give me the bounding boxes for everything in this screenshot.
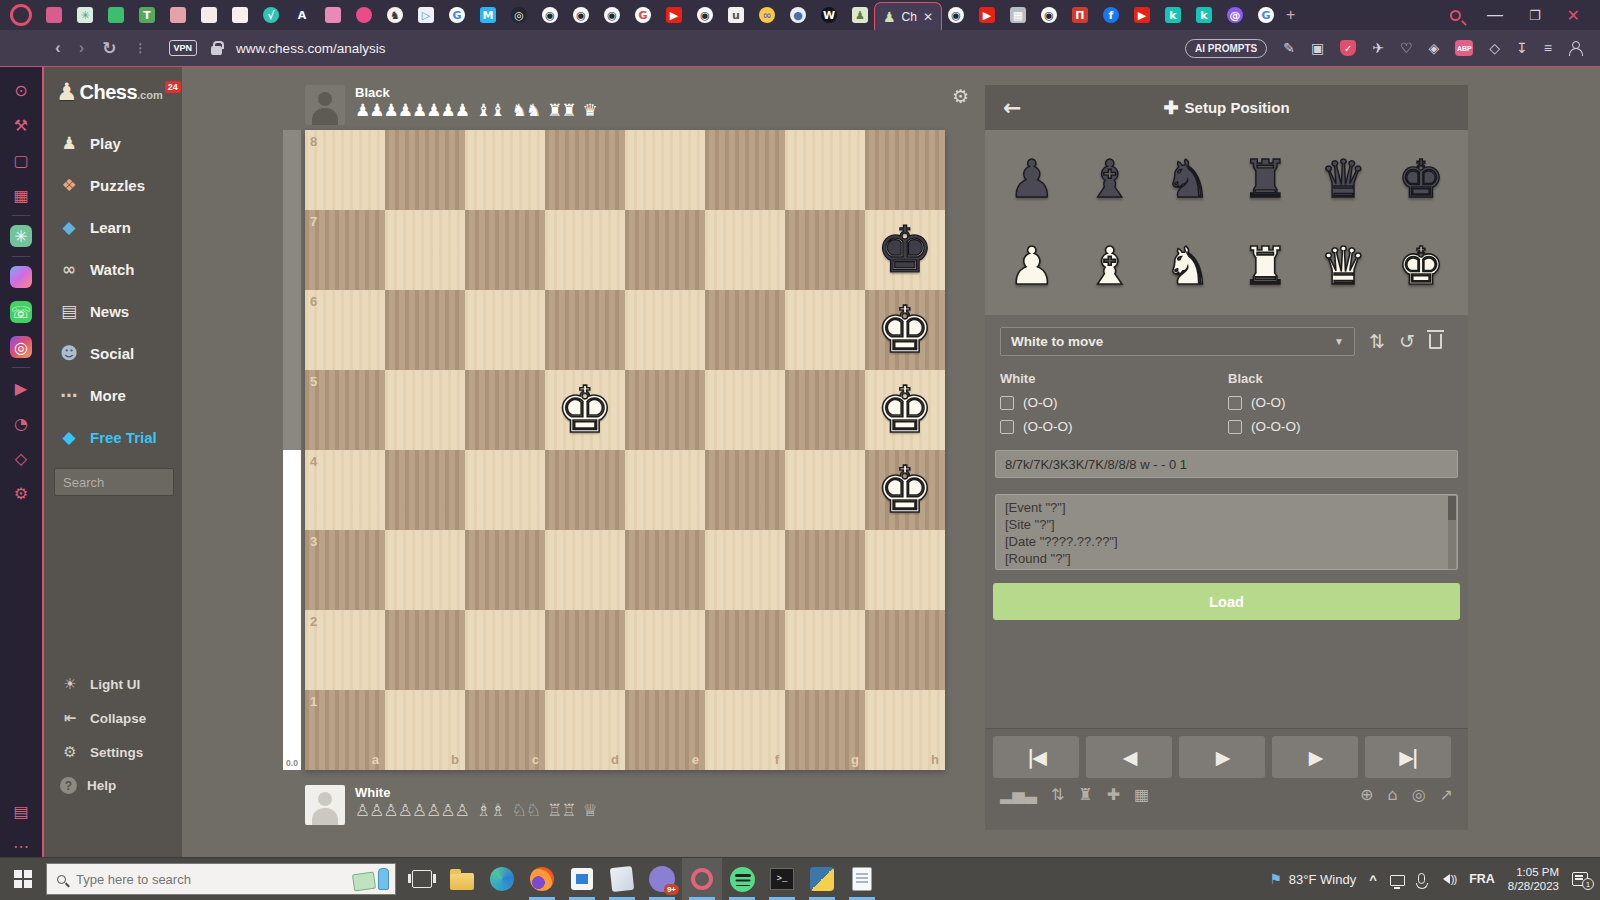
square-c3[interactable] [465,530,545,610]
square-e6[interactable] [625,290,705,370]
clock[interactable]: 1:05 PM 8/28/2023 [1508,865,1559,893]
favicon-youtube-3[interactable]: ▶ [1134,7,1150,23]
captured-q: ♛ [582,101,596,120]
favicon-facebook[interactable]: f [1103,7,1119,23]
tab-favicons-right: ◉▶▦◉Πf▶kk@G [948,7,1274,23]
new-tab-button[interactable]: + [1286,6,1295,24]
twitch-icon[interactable]: ▢ [10,149,32,171]
next-move-button[interactable]: ▶ [1272,736,1358,778]
favicon-green-app[interactable] [108,7,124,23]
captured-r: ♜♜ [547,101,575,120]
favicon-gamepad[interactable] [46,7,62,23]
messenger-icon[interactable] [10,266,32,288]
black-avatar[interactable] [305,85,345,125]
square-c8[interactable] [465,130,545,210]
taskbar-app-store[interactable] [562,858,602,900]
active-tab[interactable]: ♟ Ch ✕ [874,2,942,30]
favicon-infinity[interactable]: ∞ [759,7,775,23]
sidebar-footer-settings[interactable]: ⚙Settings [44,735,182,769]
square-h2[interactable] [865,610,945,690]
sidebar-item-watch[interactable]: ∞Watch [44,248,182,290]
castling-option-label: (O-O) [1023,395,1058,410]
favicon-google-1[interactable]: G [449,7,465,23]
play-button[interactable]: ▶ [1179,736,1265,778]
pgn-lines: [Event "?"][Site "?"][Date "????.??.??"]… [1005,499,1448,567]
explorer-icon[interactable]: ⌂ [1387,787,1397,803]
favicon-crunchy-2[interactable] [232,7,248,23]
more-icon[interactable]: ⋯ [10,835,32,857]
favicon-check-app[interactable]: √ [263,7,279,23]
palette-black-knight[interactable]: ♞ [1164,153,1211,205]
sidebar-icon-play: ♟ [58,133,80,153]
setup-panel-header: ← ✚Setup Position [985,85,1468,130]
square-a3[interactable]: 3 [305,530,385,610]
notepad-icon [852,867,872,891]
pgn-line: [Site "?"] [1005,516,1448,533]
url-text[interactable]: www.chess.com/analysis [236,41,385,56]
file-label: d [611,752,619,767]
white-king-d5[interactable]: ♚ [545,370,625,450]
address-bar: ‹ › ↻ ⋮ VPN www.chess.com/analysis AI PR… [0,30,1600,67]
move-nav-buttons: |◀◀▶▶▶| [993,736,1451,778]
square-d7[interactable] [545,210,625,290]
square-c1[interactable]: c [465,690,545,770]
share-icon[interactable]: ↗ [1440,787,1453,803]
palette-black-bishop[interactable]: ♝ [1086,153,1133,205]
favicon-github-1[interactable]: ◉ [542,7,558,23]
square-b8[interactable] [385,130,465,210]
square-g4[interactable] [785,450,865,530]
add-icon[interactable]: ✚ [1107,787,1120,803]
square-e7[interactable] [625,210,705,290]
sidebar-search [54,468,172,496]
white-avatar[interactable] [305,785,345,825]
square-e1[interactable]: e [625,690,705,770]
tab-favicons-left: ✳T√A♞▷GM◎◉◉◉G▶◉u∞●W♟ [46,7,868,23]
practice-icon[interactable]: ◎ [1412,787,1426,803]
file-label: a [372,752,379,767]
taskbar-app-opera[interactable] [682,858,722,900]
rank-label: 4 [310,454,317,469]
snapshot-camera-icon[interactable]: ▣ [1311,40,1324,56]
analysis-icon[interactable]: ▂▅▃ [1000,787,1037,803]
rank-label: 6 [310,294,317,309]
palette-black-king[interactable]: ♚ [1398,153,1445,205]
settings-icon[interactable]: ⚙ [10,482,32,504]
square-b4[interactable] [385,450,465,530]
square-f2[interactable] [705,610,785,690]
square-b5[interactable] [385,370,465,450]
taskbar-search[interactable] [46,863,396,895]
square-g2[interactable] [785,610,865,690]
square-d3[interactable] [545,530,625,610]
favicon-kick-1[interactable]: k [1165,7,1181,23]
opera-sidebar: ⊙⚒▢▦✳☏◎▶◔◇⚙▤⋯ [0,67,42,857]
edge-icon [490,867,514,891]
tune-icon[interactable]: ≡ [1544,40,1552,56]
rank-label: 2 [310,614,317,629]
taskbar-app-notepad[interactable] [842,858,882,900]
square-b2[interactable] [385,610,465,690]
favicon-mui[interactable]: M [480,7,496,23]
favicon-kick-2[interactable]: k [1196,7,1212,23]
square-b7[interactable] [385,210,465,290]
favicon-gray-grid[interactable]: ▦ [1010,7,1026,23]
square-c2[interactable] [465,610,545,690]
square-a5[interactable]: 5 [305,370,385,450]
favicon-dribbble[interactable] [356,7,372,23]
rail-divider [12,367,30,368]
sidebar-item-more[interactable]: ⋯More [44,374,182,416]
square-e4[interactable] [625,450,705,530]
network-icon[interactable] [1390,875,1405,886]
square-d1[interactable]: d [545,690,625,770]
search-highlights-graphic[interactable] [353,868,389,890]
go-end-button[interactable]: ▶| [1365,736,1451,778]
notification-center-icon[interactable]: 1 [1572,872,1588,886]
file-label: g [851,752,859,767]
eval-white-fill [283,450,301,770]
file-label: b [451,752,459,767]
square-e5[interactable] [625,370,705,450]
plus-icon: ✚ [1163,98,1178,118]
language-indicator[interactable]: FRA [1469,872,1495,886]
taskbar-app-lightshot[interactable] [602,858,642,900]
favicon-anime[interactable] [170,7,186,23]
taskbar-apps: 9+>_ [402,858,882,900]
taskbar-app-spotify[interactable] [722,858,762,900]
square-a4[interactable]: 4 [305,450,385,530]
sidebar-item-play[interactable]: ♟Play [44,122,182,164]
white-king-h4[interactable]: ♚ [865,450,945,530]
chatgpt-icon[interactable]: ✳ [10,225,32,247]
square-f5[interactable] [705,370,785,450]
footer-icon-settings: ⚙ [60,743,80,761]
square-g7[interactable] [785,210,865,290]
palette-black-pawn[interactable]: ♟ [1009,153,1056,205]
chess-favicon: ♟ [883,9,896,25]
taskbar-app-task-view[interactable] [402,858,442,900]
ai-prompts-button[interactable]: AI PROMPTS [1185,39,1267,58]
square-f1[interactable]: f [705,690,785,770]
notification-count: 1 [1582,878,1594,890]
rank-label: 1 [310,694,317,709]
captured-r: ♖♖ [547,801,575,820]
panel-bottom-bar: |◀◀▶▶▶| ▂▅▃⇅♜✚▦⊕⌂◎↗ [985,728,1468,830]
square-c4[interactable] [465,450,545,530]
sidebar-footer-help[interactable]: ?Help [44,769,182,802]
player-bottom: White ♙♙♙♙♙♙♙♙♗♗♘♘♖♖♕ [305,785,604,825]
reset-board-icon[interactable]: ↺ [1399,332,1415,351]
castling-col-white: White [1000,371,1220,386]
adblock-icon[interactable]: ABP [1455,40,1473,56]
flip-colors-icon[interactable]: ⇅ [1369,332,1385,351]
piece-palette: ♟♝♞♜♛♚♟♝♞♜♛♚ [985,130,1468,315]
black-player-name: Black [355,85,604,100]
shield-icon[interactable]: ✓ [1340,40,1356,56]
favicon-chess-tab[interactable]: ♟ [852,7,868,23]
square-g1[interactable]: g [785,690,865,770]
board-editor-icon[interactable]: ▦ [1134,787,1149,803]
tray-time: 1:05 PM [1508,865,1559,879]
close-window-button[interactable]: ✕ [1567,6,1580,25]
taskbar-app-file-explorer[interactable] [442,858,482,900]
python-icon [810,867,834,891]
weather-text: 83°F Windy [1289,872,1356,887]
white-king-h6[interactable]: ♚ [865,290,945,370]
cleaner-icon[interactable]: ⚒ [10,114,32,136]
favicon-mint-ai[interactable]: ✳ [77,7,93,23]
square-c5[interactable] [465,370,545,450]
tray-chevron-icon[interactable]: ^ [1369,872,1377,887]
square-c7[interactable] [465,210,545,290]
sidebar-footer: ☀Light UI⇤Collapse⚙Settings?Help [44,667,182,802]
go-start-button[interactable]: |◀ [993,736,1079,778]
history-icon[interactable]: ◔ [10,412,32,434]
file-label: h [931,752,939,767]
volume-icon[interactable]: )) [1438,873,1456,885]
white-captured-tray: ♙♙♙♙♙♙♙♙♗♗♘♘♖♖♕ [355,800,604,821]
snapshot-icon[interactable]: ▤ [10,800,32,822]
checkbox-white-kingside[interactable] [1000,396,1014,410]
square-g5[interactable] [785,370,865,450]
sidebar-item-free-trial[interactable]: ◆Free Trial [44,416,182,458]
square-d6[interactable] [545,290,625,370]
black-king-h7[interactable]: ♚ [865,210,945,290]
instagram-icon[interactable]: ◎ [10,336,32,358]
captured-q: ♕ [582,801,596,820]
square-b6[interactable] [385,290,465,370]
taskbar-app-edge[interactable] [482,858,522,900]
square-f3[interactable] [705,530,785,610]
palette-white-pawn[interactable]: ♟ [1009,240,1056,292]
sidebar-item-social[interactable]: ☻Social [44,332,182,374]
palette-white-rook[interactable]: ♜ [1242,240,1289,292]
sidebar-item-learn[interactable]: ◆Learn [44,206,182,248]
close-tab-icon[interactable]: ✕ [923,10,933,24]
square-b3[interactable] [385,530,465,610]
square-a7[interactable]: 7 [305,210,385,290]
captured-n: ♞♞ [511,101,539,120]
player-icon[interactable]: ▶ [10,377,32,399]
checkbox-black-kingside[interactable] [1228,396,1242,410]
palette-white-knight[interactable]: ♞ [1164,240,1211,292]
square-g6[interactable] [785,290,865,370]
favicon-angular[interactable]: A [294,7,310,23]
start-button[interactable] [0,858,46,900]
favicon-trello[interactable]: T [139,7,155,23]
favicon-uc-app[interactable]: u [728,7,744,23]
heart-icon[interactable]: ♡ [1400,40,1413,56]
tab-search-icon[interactable] [1450,10,1461,21]
square-e8[interactable] [625,130,705,210]
square-a8[interactable]: 8 [305,130,385,210]
sidebar-item-news[interactable]: ▤News [44,290,182,332]
square-h1[interactable]: h [865,690,945,770]
square-d2[interactable] [545,610,625,690]
chesscom-pawn-icon: ♟ [56,81,78,103]
palette-white-queen[interactable]: ♛ [1320,240,1367,292]
pgn-line: [Round "?"] [1005,550,1448,567]
palette-black-queen[interactable]: ♛ [1320,153,1367,205]
screen: ✳T√A♞▷GM◎◉◉◉G▶◉u∞●W♟ ♟ Ch ✕ ◉▶▦◉Πf▶kk@G … [0,0,1600,900]
forward-icon[interactable]: › [79,38,85,58]
flip-board-icon[interactable]: ⇅ [1051,787,1064,803]
compose-icon[interactable]: ✎ [1283,40,1295,56]
square-f6[interactable] [705,290,785,370]
square-a6[interactable]: 6 [305,290,385,370]
firefox-icon [530,867,554,891]
sidebar-item-puzzles[interactable]: ❖Puzzles [44,164,182,206]
square-e2[interactable] [625,610,705,690]
evaluation-bar: 0.0 [283,130,301,770]
sidebar-icon-news: ▤ [58,301,80,321]
captured-b: ♝♝ [476,101,504,120]
square-h3[interactable] [865,530,945,610]
white-king-h5[interactable]: ♚ [865,370,945,450]
setup-panel: ← ✚Setup Position ♟♝♞♜♛♚♟♝♞♜♛♚ White to … [985,85,1468,830]
pgn-textarea[interactable]: [Event "?"][Site "?"][Date "????.??.??"]… [995,494,1458,570]
favicon-github-3[interactable]: ◉ [604,7,620,23]
favicon-wordpress[interactable]: W [821,7,837,23]
cube-icon[interactable]: ◇ [1489,40,1500,56]
black-captured-tray: ♟♟♟♟♟♟♟♟♝♝♞♞♜♜♛ [355,100,604,121]
taskbar-app-python[interactable] [802,858,842,900]
captured-b: ♗♗ [476,801,504,820]
maximize-button[interactable]: ❐ [1529,8,1541,23]
download-icon[interactable]: ↧ [1516,40,1528,56]
chesscom-logo[interactable]: ♟ Chess .com 24 [44,67,182,104]
threats-icon[interactable]: ♜ [1078,787,1092,803]
favicon-google-2[interactable]: G [635,7,651,23]
tool-icons: ▂▅▃⇅♜✚▦⊕⌂◎↗ [1000,787,1453,803]
sidebar-search-input[interactable] [54,468,174,496]
vpn-badge[interactable]: VPN [169,40,198,56]
square-f4[interactable] [705,450,785,530]
whatsapp-icon[interactable]: ☏ [10,301,32,323]
weather-widget[interactable]: ⚑ 83°F Windy [1269,871,1356,887]
sidebar-icon-more: ⋯ [58,385,80,405]
favicon-github-4[interactable]: ◉ [697,7,713,23]
zoom-icon[interactable]: ⊕ [1360,787,1373,803]
file-label: e [692,752,699,767]
checkbox-white-queenside[interactable] [1000,420,1014,434]
square-d8[interactable] [545,130,625,210]
rank-label: 3 [310,534,317,549]
favicon-github-6[interactable]: ◉ [1041,7,1057,23]
favicon-google-3[interactable]: G [1258,7,1274,23]
favicon-youtube-2[interactable]: ▶ [979,7,995,23]
favicon-github-5[interactable]: ◉ [948,7,964,23]
rail-divider [12,256,30,257]
footer-icon-help: ? [60,777,77,794]
back-icon[interactable]: ‹ [55,38,61,58]
castling-option-label: (O-O-O) [1023,419,1073,434]
send-icon[interactable]: ✈ [1372,40,1384,56]
fen-input[interactable] [995,450,1458,478]
square-f7[interactable] [705,210,785,290]
square-c6[interactable] [465,290,545,370]
sidebar-menu: ♟Play❖Puzzles◆Learn∞Watch▤News☻Social⋯Mo… [44,122,182,458]
favicon-lichess[interactable]: ♞ [387,7,403,23]
castling-col-black: Black [1228,371,1448,386]
microphone-icon[interactable] [1418,873,1425,884]
sidebar-icon-puzzles: ❖ [58,175,80,195]
white-player-name: White [355,785,604,800]
taskbar-app-firefox[interactable] [522,858,562,900]
square-e3[interactable] [625,530,705,610]
castling-option-label: (O-O) [1251,395,1286,410]
square-g3[interactable] [785,530,865,610]
profile-icon[interactable] [1568,41,1582,55]
opera-icon [691,868,713,890]
windows-taskbar: 9+>_ ⚑ 83°F Windy ^ )) FRA 1:05 PM 8/28/… [0,857,1600,900]
rail-divider [12,215,30,216]
aria-ai-icon[interactable]: ▦ [10,184,32,206]
speed-dial-icon[interactable]: ⊙ [10,79,32,101]
captured-p: ♙♙♙♙♙♙♙♙ [355,801,469,820]
castling-option-label: (O-O-O) [1251,419,1301,434]
palette-black-rook[interactable]: ♜ [1242,153,1289,205]
clear-board-icon[interactable] [1429,334,1442,349]
minimize-button[interactable]: — [1487,6,1503,24]
weather-icon: ⚑ [1269,871,1282,887]
prev-move-button[interactable]: ◀ [1086,736,1172,778]
sidebar-footer-collapse[interactable]: ⇤Collapse [44,701,182,735]
rank-label: 5 [310,374,317,389]
file-label: f [775,752,779,767]
taskbar-app-terminal[interactable]: >_ [762,858,802,900]
palette-white-king[interactable]: ♚ [1398,240,1445,292]
reload-icon[interactable]: ↻ [102,38,116,58]
favicon-pink-site[interactable] [325,7,341,23]
square-f8[interactable] [705,130,785,210]
favicon-red-pi[interactable]: Π [1072,7,1088,23]
favicon-blue-dot[interactable]: ● [790,7,806,23]
opera-menu-icon[interactable] [10,4,32,26]
store-icon [571,868,593,890]
task-view-icon [412,870,432,888]
lock-icon[interactable] [211,46,222,55]
checkbox-black-queenside[interactable] [1228,420,1242,434]
favicon-at-app[interactable]: @ [1227,7,1243,23]
favicon-youtube-1[interactable]: ▶ [666,7,682,23]
captured-p: ♟♟♟♟♟♟♟♟ [355,101,469,120]
taskbar-app-xbox[interactable]: 9+ [642,858,682,900]
square-a1[interactable]: 1a [305,690,385,770]
favicon-video-play[interactable]: ▷ [418,7,434,23]
favicon-dark-globe[interactable]: ◎ [511,7,527,23]
square-b1[interactable]: b [385,690,465,770]
taskbar-search-input[interactable] [74,871,254,888]
favicon-github-2[interactable]: ◉ [573,7,589,23]
square-a2[interactable]: 2 [305,610,385,690]
square-d4[interactable] [545,450,625,530]
sidebar-footer-light-ui[interactable]: ☀Light UI [44,667,182,701]
aria-icon[interactable]: ◈ [1429,40,1440,56]
board-settings-gear-icon[interactable]: ⚙ [952,85,969,107]
extensions-icon[interactable]: ◇ [10,447,32,469]
file-explorer-icon [450,873,474,890]
favicon-crunchy-1[interactable] [201,7,217,23]
palette-white-bishop[interactable]: ♝ [1086,240,1133,292]
side-to-move-select[interactable]: White to move ▼ [1000,327,1355,356]
square-h8[interactable] [865,130,945,210]
load-button[interactable]: Load [993,583,1460,620]
tray-date: 8/28/2023 [1508,879,1559,893]
logo-com: .com [137,89,163,101]
square-g8[interactable] [785,130,865,210]
